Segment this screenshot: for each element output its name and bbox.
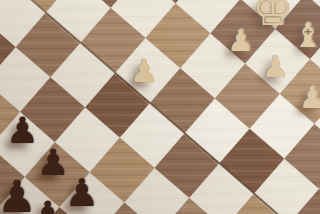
chessboard-photo: ♚♝♟♟♟♟♟♟♟♟♟ (0, 0, 320, 214)
chess-board: ♚♝♟♟♟♟♟♟♟♟♟ (0, 0, 320, 214)
